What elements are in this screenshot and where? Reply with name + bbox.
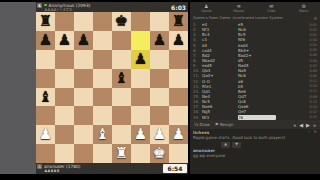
- square-d8[interactable]: [93, 12, 112, 31]
- bottom-clock-active: 6:54: [163, 164, 187, 173]
- piece-black-bishop[interactable]: ♝: [36, 88, 55, 107]
- move-time: 0:07: [309, 64, 317, 68]
- square-h2[interactable]: ♟: [169, 125, 188, 144]
- square-e2[interactable]: [112, 125, 131, 144]
- vote-row: ▲▼: [221, 142, 317, 148]
- square-d5[interactable]: [93, 69, 112, 88]
- top-avatar: ♞: [37, 3, 42, 8]
- square-b3[interactable]: [55, 106, 74, 125]
- square-e3[interactable]: [112, 106, 131, 125]
- move-black[interactable]: f6: [238, 115, 276, 120]
- piece-white-pawn[interactable]: ♟: [36, 125, 55, 144]
- tab-label: Game: [201, 9, 211, 13]
- square-d1[interactable]: [93, 144, 112, 163]
- move-time: 0:09: [309, 69, 317, 73]
- half-point-icon: ½: [194, 122, 198, 127]
- piece-black-pawn[interactable]: ♟: [36, 31, 55, 50]
- square-b7[interactable]: ♟: [55, 31, 74, 50]
- square-a3[interactable]: [36, 106, 55, 125]
- square-b1[interactable]: [55, 144, 74, 163]
- controls-bar: ½ Draw ⚑ Resign « ◀ ▶ »: [190, 120, 320, 129]
- square-c7[interactable]: ♟: [74, 31, 93, 50]
- square-a1[interactable]: [36, 144, 55, 163]
- piece-black-pawn[interactable]: ♟: [55, 31, 74, 50]
- tab-label: Menu: [299, 9, 308, 13]
- square-g4[interactable]: [150, 88, 169, 107]
- flag-icon: ⚑: [215, 122, 219, 127]
- square-a5[interactable]: [36, 69, 55, 88]
- move-time: 0:05: [309, 48, 317, 52]
- square-g1[interactable]: ♚: [150, 144, 169, 163]
- chat-message-text: Rapid game starts. Good luck to both pla…: [193, 136, 317, 141]
- square-b2[interactable]: [55, 125, 74, 144]
- piece-white-bishop[interactable]: ♝: [93, 125, 112, 144]
- square-e6[interactable]: [112, 50, 131, 69]
- square-a4[interactable]: ♝: [36, 88, 55, 107]
- square-c5[interactable]: [74, 69, 93, 88]
- tab-chat[interactable]: ✉Chat: [255, 4, 288, 13]
- move-nav: « ◀ ▶ »: [293, 122, 316, 128]
- square-f1[interactable]: [131, 144, 150, 163]
- move-time: 0:12: [309, 110, 317, 114]
- square-f2[interactable]: ♟: [131, 125, 150, 144]
- square-c2[interactable]: [74, 125, 93, 144]
- move-time: 0:11: [309, 79, 317, 83]
- square-f7[interactable]: [131, 31, 150, 50]
- square-d2[interactable]: ♝: [93, 125, 112, 144]
- opening-name: Queen's Pawn Game: Accelerated London Sy…: [193, 16, 283, 20]
- chat-box[interactable]: – × lichessRapid game starts. Good luck …: [190, 129, 320, 174]
- square-d3[interactable]: [93, 106, 112, 125]
- thumbs-up-icon[interactable]: ▲: [221, 142, 230, 148]
- square-c1[interactable]: [74, 144, 93, 163]
- square-c4[interactable]: [74, 88, 93, 107]
- piece-black-rook[interactable]: ♜: [36, 12, 55, 31]
- move-list[interactable]: 1.e4e50:012.Nf3Nc60:023.Bc4Bc50:024.c3Nf…: [190, 22, 320, 120]
- piece-black-pawn[interactable]: ♟: [131, 50, 150, 69]
- square-a8[interactable]: ♜: [36, 12, 55, 31]
- move-time: 0:12: [309, 89, 317, 93]
- square-b8[interactable]: [55, 12, 74, 31]
- square-b6[interactable]: [55, 50, 74, 69]
- resign-button[interactable]: ⚑ Resign: [215, 122, 233, 127]
- square-e5[interactable]: ♝: [112, 69, 131, 88]
- square-a7[interactable]: ♟: [36, 31, 55, 50]
- square-c6[interactable]: [74, 50, 93, 69]
- tab-label: Moves: [233, 9, 244, 13]
- square-h6[interactable]: [169, 50, 188, 69]
- square-g6[interactable]: [150, 50, 169, 69]
- draw-button-label: Draw: [199, 122, 209, 127]
- analysis-panel: ♟Game≡Moves✉Chat⚙Menu Queen's Pawn Game:…: [190, 2, 320, 174]
- move-time: 0:01: [309, 23, 317, 27]
- prev-move-button[interactable]: ◀: [299, 122, 303, 128]
- tab-label: Chat: [267, 9, 275, 13]
- move-time: 0:04: [309, 38, 317, 42]
- move-time: 0:02: [309, 33, 317, 37]
- move-time: 0:13: [309, 100, 317, 104]
- bottom-avatar: ♙: [37, 164, 42, 169]
- move-time: 0:02: [309, 28, 317, 32]
- square-d6[interactable]: [93, 50, 112, 69]
- square-h4[interactable]: [169, 88, 188, 107]
- square-f5[interactable]: [131, 69, 150, 88]
- square-a2[interactable]: ♟: [36, 125, 55, 144]
- move-time: 0:03: [309, 43, 317, 47]
- gear-icon[interactable]: ⚙: [313, 16, 317, 21]
- chat-messages: lichessRapid game starts. Good luck to b…: [193, 131, 317, 159]
- square-c3[interactable]: [74, 106, 93, 125]
- piece-black-bishop[interactable]: ♝: [112, 69, 131, 88]
- piece-black-rook[interactable]: ♜: [169, 12, 188, 31]
- piece-white-rook[interactable]: ♜: [112, 144, 131, 163]
- piece-black-pawn[interactable]: ♟: [150, 31, 169, 50]
- first-move-button[interactable]: «: [293, 122, 296, 128]
- left-gutter: [0, 2, 36, 174]
- top-clock: 6:03: [171, 4, 186, 11]
- square-b5[interactable]: [55, 69, 74, 88]
- square-d4[interactable]: [93, 88, 112, 107]
- square-b4[interactable]: [55, 88, 74, 107]
- app-frame: ♞ Anonymous (2093) ♙♙♙♙♘♘♗♖♕ 6:03 ♜♚♜♟♟♟…: [0, 0, 320, 180]
- piece-black-pawn[interactable]: ♟: [74, 31, 93, 50]
- square-g7[interactable]: ♟: [150, 31, 169, 50]
- square-e7[interactable]: [112, 31, 131, 50]
- piece-white-pawn[interactable]: ♟: [150, 125, 169, 144]
- piece-white-pawn[interactable]: ♟: [169, 125, 188, 144]
- move-time: 0:04: [309, 59, 317, 63]
- square-f8[interactable]: [131, 12, 150, 31]
- square-g2[interactable]: ♟: [150, 125, 169, 144]
- move-black[interactable]: Qe7: [238, 109, 274, 114]
- square-h7[interactable]: ♟: [169, 31, 188, 50]
- move-number: 19.: [193, 115, 202, 120]
- square-h8[interactable]: ♜: [169, 12, 188, 31]
- square-f4[interactable]: [131, 88, 150, 107]
- thumbs-down-icon[interactable]: ▼: [232, 142, 241, 148]
- square-h3[interactable]: [169, 106, 188, 125]
- piece-black-pawn[interactable]: ♟: [169, 31, 188, 50]
- move-time: 0:08: [309, 74, 317, 78]
- top-player-bar: ♞ Anonymous (2093) ♙♙♙♙♘♘♗♖♕ 6:03: [36, 2, 188, 12]
- last-move-button[interactable]: »: [313, 122, 316, 128]
- chat-collapse-icon[interactable]: –: [308, 130, 310, 135]
- piece-black-king[interactable]: ♚: [112, 12, 131, 31]
- online-dot-icon: [44, 4, 47, 7]
- move-time: 0:10: [309, 84, 317, 88]
- square-g5[interactable]: [150, 69, 169, 88]
- next-move-button[interactable]: ▶: [306, 122, 310, 128]
- square-g3[interactable]: [150, 106, 169, 125]
- move-time: 0:15: [309, 115, 317, 119]
- move-time: 0:10: [309, 105, 317, 109]
- square-d7[interactable]: [93, 31, 112, 50]
- square-a6[interactable]: [36, 50, 55, 69]
- square-f3[interactable]: [131, 106, 150, 125]
- resign-button-label: Resign: [220, 122, 233, 127]
- board[interactable]: ♜♚♜♟♟♟♟♟♟♝♝♟♝♟♟♟♜♚: [36, 12, 188, 163]
- tab-moves[interactable]: ≡Moves: [223, 4, 256, 13]
- tab-menu[interactable]: ⚙Menu: [288, 4, 320, 13]
- square-h5[interactable]: [169, 69, 188, 88]
- square-f6[interactable]: ♟: [131, 50, 150, 69]
- tab-game[interactable]: ♟Game: [190, 4, 223, 13]
- chat-close-icon[interactable]: ×: [313, 130, 317, 135]
- move-time: 0:09: [309, 95, 317, 99]
- square-e4[interactable]: [112, 88, 131, 107]
- square-e1[interactable]: ♜: [112, 144, 131, 163]
- piece-white-pawn[interactable]: ♟: [131, 125, 150, 144]
- square-e8[interactable]: ♚: [112, 12, 131, 31]
- square-g8[interactable]: [150, 12, 169, 31]
- piece-white-king[interactable]: ♚: [150, 144, 169, 163]
- draw-button[interactable]: ½ Draw: [194, 122, 210, 127]
- panel-tabs: ♟Game≡Moves✉Chat⚙Menu: [190, 2, 320, 14]
- chat-message-text: gg wp everyone: [193, 154, 317, 159]
- bottom-player-bar: ♙ anonuser (1780) ♟♟♞♞♛ 6:54: [36, 163, 188, 174]
- square-c8[interactable]: [74, 12, 93, 31]
- square-h1[interactable]: [169, 144, 188, 163]
- move-white[interactable]: Nf3: [202, 115, 238, 120]
- move-time: 0:06: [309, 53, 317, 57]
- move-row: 19.Nf3f60:15: [193, 115, 317, 120]
